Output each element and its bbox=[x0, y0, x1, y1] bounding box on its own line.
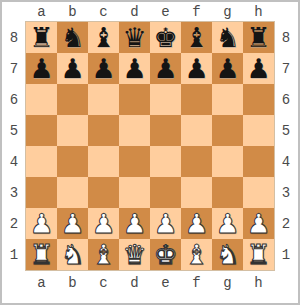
square-c6[interactable] bbox=[88, 84, 119, 115]
rank-label-left-6: 6 bbox=[2, 84, 26, 115]
square-d3[interactable] bbox=[119, 177, 150, 208]
square-b6[interactable] bbox=[57, 84, 88, 115]
piece-white-knight[interactable]: ♞ bbox=[60, 241, 84, 268]
square-d2[interactable]: ♟ bbox=[119, 208, 150, 239]
rank-label-left-5: 5 bbox=[2, 115, 26, 146]
file-label-bottom-g: g bbox=[212, 270, 243, 303]
file-label-top-b: b bbox=[57, 2, 88, 22]
square-g1[interactable]: ♞ bbox=[212, 239, 243, 270]
corner-spacer bbox=[274, 2, 298, 22]
square-b1[interactable]: ♞ bbox=[57, 239, 88, 270]
rank-label-right-3: 3 bbox=[274, 177, 298, 208]
piece-white-pawn[interactable]: ♟ bbox=[91, 210, 115, 237]
piece-white-queen[interactable]: ♛ bbox=[122, 241, 146, 268]
file-label-top-d: d bbox=[119, 2, 150, 22]
piece-white-pawn[interactable]: ♟ bbox=[60, 210, 84, 237]
square-g8[interactable]: ♞ bbox=[212, 22, 243, 53]
square-c8[interactable]: ♝ bbox=[88, 22, 119, 53]
piece-white-bishop[interactable]: ♝ bbox=[184, 241, 208, 268]
piece-white-pawn[interactable]: ♟ bbox=[29, 210, 53, 237]
square-a8[interactable]: ♜ bbox=[26, 22, 57, 53]
rank-label-right-2: 2 bbox=[274, 208, 298, 239]
square-a4[interactable] bbox=[26, 146, 57, 177]
piece-black-pawn[interactable]: ♟ bbox=[60, 55, 84, 82]
chessboard-widget: abcdefgh8♜♞♝♛♚♝♞♜87♟♟♟♟♟♟♟♟7665544332♟♟♟… bbox=[0, 0, 300, 305]
square-c3[interactable] bbox=[88, 177, 119, 208]
square-g7[interactable]: ♟ bbox=[212, 53, 243, 84]
piece-black-pawn[interactable]: ♟ bbox=[91, 55, 115, 82]
square-c1[interactable]: ♝ bbox=[88, 239, 119, 270]
piece-white-rook[interactable]: ♜ bbox=[246, 241, 270, 268]
file-label-top-e: e bbox=[150, 2, 181, 22]
rank-label-left-2: 2 bbox=[2, 208, 26, 239]
piece-white-rook[interactable]: ♜ bbox=[29, 241, 53, 268]
rank-label-right-5: 5 bbox=[274, 115, 298, 146]
file-label-top-c: c bbox=[88, 2, 119, 22]
corner-spacer bbox=[2, 2, 26, 22]
file-label-top-f: f bbox=[181, 2, 212, 22]
square-g5[interactable] bbox=[212, 115, 243, 146]
file-label-top-g: g bbox=[212, 2, 243, 22]
square-f7[interactable]: ♟ bbox=[181, 53, 212, 84]
square-b2[interactable]: ♟ bbox=[57, 208, 88, 239]
square-d7[interactable]: ♟ bbox=[119, 53, 150, 84]
square-h5[interactable] bbox=[243, 115, 274, 146]
square-d1[interactable]: ♛ bbox=[119, 239, 150, 270]
square-c4[interactable] bbox=[88, 146, 119, 177]
square-e8[interactable]: ♚ bbox=[150, 22, 181, 53]
piece-white-bishop[interactable]: ♝ bbox=[91, 241, 115, 268]
piece-black-king[interactable]: ♚ bbox=[153, 24, 177, 51]
piece-white-pawn[interactable]: ♟ bbox=[184, 210, 208, 237]
square-f5[interactable] bbox=[181, 115, 212, 146]
piece-black-rook[interactable]: ♜ bbox=[246, 24, 270, 51]
file-label-bottom-a: a bbox=[26, 270, 57, 303]
piece-white-pawn[interactable]: ♟ bbox=[122, 210, 146, 237]
file-label-bottom-c: c bbox=[88, 270, 119, 303]
square-f6[interactable] bbox=[181, 84, 212, 115]
square-a2[interactable]: ♟ bbox=[26, 208, 57, 239]
rank-label-right-6: 6 bbox=[274, 84, 298, 115]
square-d4[interactable] bbox=[119, 146, 150, 177]
piece-white-pawn[interactable]: ♟ bbox=[215, 210, 239, 237]
square-b3[interactable] bbox=[57, 177, 88, 208]
square-c7[interactable]: ♟ bbox=[88, 53, 119, 84]
rank-label-right-4: 4 bbox=[274, 146, 298, 177]
square-e4[interactable] bbox=[150, 146, 181, 177]
piece-black-pawn[interactable]: ♟ bbox=[246, 55, 270, 82]
square-d8[interactable]: ♛ bbox=[119, 22, 150, 53]
square-h2[interactable]: ♟ bbox=[243, 208, 274, 239]
piece-black-knight[interactable]: ♞ bbox=[60, 24, 84, 51]
square-f8[interactable]: ♝ bbox=[181, 22, 212, 53]
piece-white-pawn[interactable]: ♟ bbox=[246, 210, 270, 237]
file-label-bottom-b: b bbox=[57, 270, 88, 303]
square-e1[interactable]: ♚ bbox=[150, 239, 181, 270]
square-g4[interactable] bbox=[212, 146, 243, 177]
square-g2[interactable]: ♟ bbox=[212, 208, 243, 239]
corner-spacer bbox=[2, 270, 26, 303]
square-f1[interactable]: ♝ bbox=[181, 239, 212, 270]
square-e7[interactable]: ♟ bbox=[150, 53, 181, 84]
rank-label-right-7: 7 bbox=[274, 53, 298, 84]
rank-label-left-8: 8 bbox=[2, 22, 26, 53]
file-label-bottom-h: h bbox=[243, 270, 274, 303]
rank-label-left-4: 4 bbox=[2, 146, 26, 177]
rank-label-left-3: 3 bbox=[2, 177, 26, 208]
square-a6[interactable] bbox=[26, 84, 57, 115]
file-label-top-a: a bbox=[26, 2, 57, 22]
piece-black-pawn[interactable]: ♟ bbox=[153, 55, 177, 82]
square-h8[interactable]: ♜ bbox=[243, 22, 274, 53]
piece-white-king[interactable]: ♚ bbox=[153, 241, 177, 268]
piece-black-bishop[interactable]: ♝ bbox=[91, 24, 115, 51]
square-f2[interactable]: ♟ bbox=[181, 208, 212, 239]
file-label-bottom-e: e bbox=[150, 270, 181, 303]
square-a5[interactable] bbox=[26, 115, 57, 146]
square-e3[interactable] bbox=[150, 177, 181, 208]
piece-black-pawn[interactable]: ♟ bbox=[184, 55, 208, 82]
file-label-bottom-d: d bbox=[119, 270, 150, 303]
square-e5[interactable] bbox=[150, 115, 181, 146]
file-label-bottom-f: f bbox=[181, 270, 212, 303]
square-h7[interactable]: ♟ bbox=[243, 53, 274, 84]
rank-label-right-1: 1 bbox=[274, 239, 298, 270]
square-h1[interactable]: ♜ bbox=[243, 239, 274, 270]
square-h3[interactable] bbox=[243, 177, 274, 208]
square-b8[interactable]: ♞ bbox=[57, 22, 88, 53]
board-grid: abcdefgh8♜♞♝♛♚♝♞♜87♟♟♟♟♟♟♟♟7665544332♟♟♟… bbox=[2, 2, 298, 303]
piece-black-bishop[interactable]: ♝ bbox=[184, 24, 208, 51]
rank-label-left-7: 7 bbox=[2, 53, 26, 84]
square-a3[interactable] bbox=[26, 177, 57, 208]
piece-black-pawn[interactable]: ♟ bbox=[29, 55, 53, 82]
square-h6[interactable] bbox=[243, 84, 274, 115]
square-c5[interactable] bbox=[88, 115, 119, 146]
square-d6[interactable] bbox=[119, 84, 150, 115]
square-b7[interactable]: ♟ bbox=[57, 53, 88, 84]
square-a7[interactable]: ♟ bbox=[26, 53, 57, 84]
square-h4[interactable] bbox=[243, 146, 274, 177]
piece-white-pawn[interactable]: ♟ bbox=[153, 210, 177, 237]
square-g6[interactable] bbox=[212, 84, 243, 115]
square-g3[interactable] bbox=[212, 177, 243, 208]
square-f3[interactable] bbox=[181, 177, 212, 208]
square-c2[interactable]: ♟ bbox=[88, 208, 119, 239]
piece-black-pawn[interactable]: ♟ bbox=[122, 55, 146, 82]
square-e6[interactable] bbox=[150, 84, 181, 115]
square-a1[interactable]: ♜ bbox=[26, 239, 57, 270]
square-e2[interactable]: ♟ bbox=[150, 208, 181, 239]
piece-black-knight[interactable]: ♞ bbox=[215, 24, 239, 51]
piece-white-knight[interactable]: ♞ bbox=[215, 241, 239, 268]
rank-label-right-8: 8 bbox=[274, 22, 298, 53]
piece-black-queen[interactable]: ♛ bbox=[122, 24, 146, 51]
square-b5[interactable] bbox=[57, 115, 88, 146]
square-b4[interactable] bbox=[57, 146, 88, 177]
piece-black-pawn[interactable]: ♟ bbox=[215, 55, 239, 82]
piece-black-rook[interactable]: ♜ bbox=[29, 24, 53, 51]
square-d5[interactable] bbox=[119, 115, 150, 146]
rank-label-left-1: 1 bbox=[2, 239, 26, 270]
file-label-top-h: h bbox=[243, 2, 274, 22]
corner-spacer bbox=[274, 270, 298, 303]
square-f4[interactable] bbox=[181, 146, 212, 177]
